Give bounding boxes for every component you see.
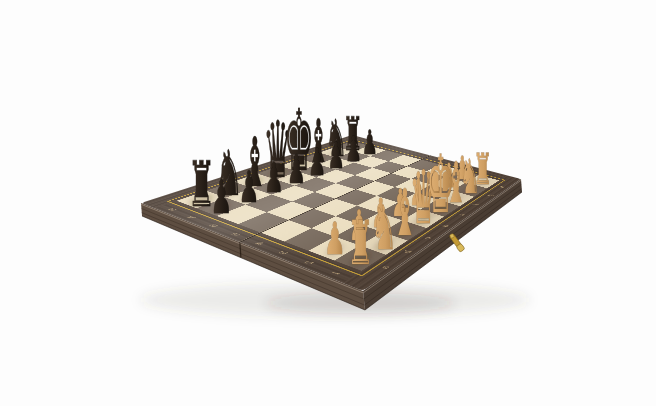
wood-sheen [141,135,521,291]
brass-latch-icon [448,233,465,253]
chess-set-photo: abcdefgh12345678 ♜♞♝♛♚♝♞♜♟♟♟♟♟♟♟♟♟♟♟♟♟♟♟… [0,0,656,406]
fold-seam-side [240,242,241,257]
chess-board: abcdefgh12345678 [141,135,521,291]
